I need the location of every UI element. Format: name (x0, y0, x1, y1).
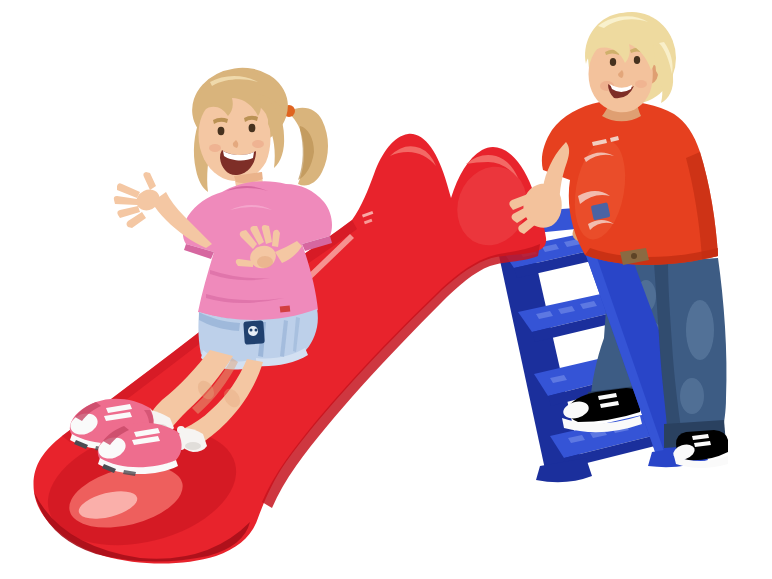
belt-buckle (631, 253, 637, 259)
boy-eye (610, 58, 616, 66)
girl-blush (209, 144, 221, 152)
boy-eye (634, 56, 640, 64)
palm-shade (257, 256, 273, 268)
girl-eye (249, 124, 256, 132)
girl-eye (218, 127, 225, 135)
patch-emblem-dot (255, 329, 258, 332)
tshirt-hem-tag (280, 305, 291, 312)
boy-blush (635, 80, 647, 88)
girl-blush (252, 140, 264, 148)
sock-shade (185, 442, 201, 450)
scene-canvas (0, 0, 772, 579)
patch-emblem-dot (250, 329, 253, 332)
jeans-worn-patch (686, 300, 714, 360)
product-photo (0, 0, 772, 579)
jeans-worn-patch (680, 378, 704, 414)
